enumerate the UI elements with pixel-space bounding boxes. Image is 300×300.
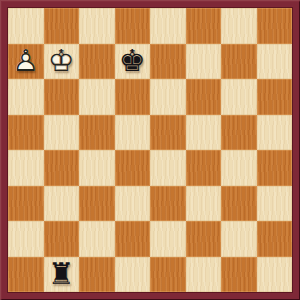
square-e1[interactable] bbox=[150, 257, 186, 293]
board: ♟♙♚♔♚♜ bbox=[8, 8, 292, 292]
piece-glyph: ♚ bbox=[115, 44, 151, 80]
white-pawn[interactable]: ♟♙ bbox=[8, 44, 44, 80]
square-e8[interactable] bbox=[150, 8, 186, 44]
square-a3[interactable] bbox=[8, 186, 44, 222]
square-h2[interactable] bbox=[257, 221, 293, 257]
square-f5[interactable] bbox=[186, 115, 222, 151]
square-h3[interactable] bbox=[257, 186, 293, 222]
square-b1[interactable]: ♜ bbox=[44, 257, 80, 293]
square-g8[interactable] bbox=[221, 8, 257, 44]
piece-glyph: ♜ bbox=[44, 257, 80, 293]
square-b8[interactable] bbox=[44, 8, 80, 44]
square-g2[interactable] bbox=[221, 221, 257, 257]
square-b3[interactable] bbox=[44, 186, 80, 222]
square-g7[interactable] bbox=[221, 44, 257, 80]
square-d7[interactable]: ♚ bbox=[115, 44, 151, 80]
square-f4[interactable] bbox=[186, 150, 222, 186]
square-c6[interactable] bbox=[79, 79, 115, 115]
square-g1[interactable] bbox=[221, 257, 257, 293]
square-d4[interactable] bbox=[115, 150, 151, 186]
square-c7[interactable] bbox=[79, 44, 115, 80]
square-b5[interactable] bbox=[44, 115, 80, 151]
piece-outline-glyph: ♔ bbox=[44, 44, 80, 80]
square-b7[interactable]: ♚♔ bbox=[44, 44, 80, 80]
square-b4[interactable] bbox=[44, 150, 80, 186]
square-g3[interactable] bbox=[221, 186, 257, 222]
square-e7[interactable] bbox=[150, 44, 186, 80]
piece-outline-glyph: ♙ bbox=[8, 44, 44, 80]
square-d8[interactable] bbox=[115, 8, 151, 44]
square-d6[interactable] bbox=[115, 79, 151, 115]
square-h5[interactable] bbox=[257, 115, 293, 151]
square-b6[interactable] bbox=[44, 79, 80, 115]
square-h6[interactable] bbox=[257, 79, 293, 115]
square-c1[interactable] bbox=[79, 257, 115, 293]
black-king[interactable]: ♚ bbox=[115, 44, 151, 80]
square-b2[interactable] bbox=[44, 221, 80, 257]
square-e5[interactable] bbox=[150, 115, 186, 151]
square-f3[interactable] bbox=[186, 186, 222, 222]
square-f1[interactable] bbox=[186, 257, 222, 293]
board-frame: ♟♙♚♔♚♜ bbox=[0, 0, 300, 300]
square-g6[interactable] bbox=[221, 79, 257, 115]
square-e3[interactable] bbox=[150, 186, 186, 222]
black-rook[interactable]: ♜ bbox=[44, 257, 80, 293]
square-c4[interactable] bbox=[79, 150, 115, 186]
square-a8[interactable] bbox=[8, 8, 44, 44]
square-h8[interactable] bbox=[257, 8, 293, 44]
square-c8[interactable] bbox=[79, 8, 115, 44]
square-a7[interactable]: ♟♙ bbox=[8, 44, 44, 80]
square-g5[interactable] bbox=[221, 115, 257, 151]
square-a2[interactable] bbox=[8, 221, 44, 257]
square-a5[interactable] bbox=[8, 115, 44, 151]
piece-fill-glyph: ♚ bbox=[44, 44, 80, 80]
square-f6[interactable] bbox=[186, 79, 222, 115]
square-d2[interactable] bbox=[115, 221, 151, 257]
piece-fill-glyph: ♟ bbox=[8, 44, 44, 80]
square-c2[interactable] bbox=[79, 221, 115, 257]
square-d3[interactable] bbox=[115, 186, 151, 222]
square-e2[interactable] bbox=[150, 221, 186, 257]
square-h4[interactable] bbox=[257, 150, 293, 186]
square-h7[interactable] bbox=[257, 44, 293, 80]
square-d1[interactable] bbox=[115, 257, 151, 293]
square-e4[interactable] bbox=[150, 150, 186, 186]
square-f2[interactable] bbox=[186, 221, 222, 257]
square-c3[interactable] bbox=[79, 186, 115, 222]
square-a6[interactable] bbox=[8, 79, 44, 115]
square-f7[interactable] bbox=[186, 44, 222, 80]
square-a4[interactable] bbox=[8, 150, 44, 186]
square-g4[interactable] bbox=[221, 150, 257, 186]
square-e6[interactable] bbox=[150, 79, 186, 115]
square-f8[interactable] bbox=[186, 8, 222, 44]
white-king[interactable]: ♚♔ bbox=[44, 44, 80, 80]
square-a1[interactable] bbox=[8, 257, 44, 293]
square-h1[interactable] bbox=[257, 257, 293, 293]
square-d5[interactable] bbox=[115, 115, 151, 151]
square-c5[interactable] bbox=[79, 115, 115, 151]
